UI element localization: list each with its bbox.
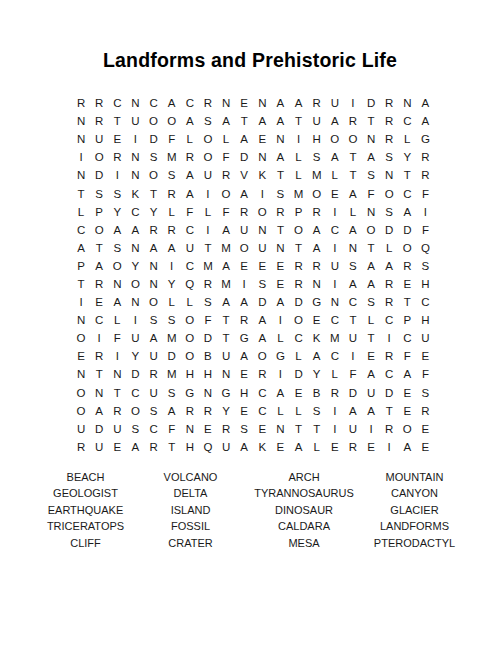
grid-cell-r13c14: E: [308, 311, 326, 329]
grid-cell-r5c11: K: [253, 166, 271, 184]
grid-cell-r18c8: R: [199, 402, 217, 420]
grid-cell-r12c18: R: [380, 293, 398, 311]
grid-cell-r20c20: E: [416, 438, 434, 456]
grid-cell-r20c1: R: [72, 438, 90, 456]
word-list-column-3: ARCHTYRANNOSAURUSDINOSAURCALDARAMESA: [240, 469, 368, 551]
grid-cell-r3c12: N: [271, 130, 289, 148]
grid-cell-r12c15: N: [326, 293, 344, 311]
grid-cell-r7c15: I: [326, 203, 344, 221]
grid-cell-r6c18: O: [380, 184, 398, 202]
grid-cell-r15c11: O: [253, 347, 271, 365]
grid-cell-r1c13: A: [290, 94, 308, 112]
grid-cell-r3c14: H: [308, 130, 326, 148]
grid-cell-r18c19: E: [398, 402, 416, 420]
grid-cell-r20c4: A: [126, 438, 144, 456]
grid-cell-r2c9: A: [217, 112, 235, 130]
grid-cell-r8c5: R: [145, 221, 163, 239]
word-item: CANYON: [368, 485, 461, 501]
grid-cell-r3c1: N: [72, 130, 90, 148]
grid-cell-r15c3: I: [108, 347, 126, 365]
grid-cell-r18c7: R: [181, 402, 199, 420]
grid-cell-r18c3: R: [108, 402, 126, 420]
grid-cell-r9c8: T: [199, 239, 217, 257]
grid-cell-r5c7: A: [181, 166, 199, 184]
grid-cell-r6c3: S: [108, 184, 126, 202]
grid-cell-r20c16: R: [344, 438, 362, 456]
grid-cell-r2c3: T: [108, 112, 126, 130]
grid-cell-r16c7: H: [181, 365, 199, 383]
grid-cell-r8c14: A: [308, 221, 326, 239]
grid-cell-r10c15: U: [326, 257, 344, 275]
grid-cell-r9c13: T: [290, 239, 308, 257]
grid-cell-r19c13: T: [290, 420, 308, 438]
grid-cell-r11c10: I: [235, 275, 253, 293]
grid-cell-r15c8: B: [199, 347, 217, 365]
word-item: DELTA: [141, 485, 240, 501]
grid-cell-r18c14: S: [308, 402, 326, 420]
grid-cell-r9c2: T: [90, 239, 108, 257]
grid-cell-r11c14: N: [308, 275, 326, 293]
grid-cell-r10c11: E: [253, 257, 271, 275]
grid-cell-r5c17: S: [362, 166, 380, 184]
grid-cell-r2c2: R: [90, 112, 108, 130]
grid-cell-r7c3: Y: [108, 203, 126, 221]
grid-cell-r17c8: N: [199, 384, 217, 402]
grid-cell-r12c7: L: [181, 293, 199, 311]
grid-cell-r18c15: I: [326, 402, 344, 420]
grid-cell-r16c17: A: [362, 365, 380, 383]
grid-cell-r13c17: L: [362, 311, 380, 329]
grid-cell-r9c1: A: [72, 239, 90, 257]
grid-cell-r15c5: U: [145, 347, 163, 365]
grid-cell-r15c16: I: [344, 347, 362, 365]
grid-cell-r1c16: I: [344, 94, 362, 112]
grid-cell-r17c20: S: [416, 384, 434, 402]
grid-cell-r5c10: V: [235, 166, 253, 184]
grid-cell-r18c20: R: [416, 402, 434, 420]
grid-cell-r16c6: M: [163, 365, 181, 383]
grid-cell-r1c5: C: [145, 94, 163, 112]
grid-cell-r14c18: I: [380, 329, 398, 347]
grid-cell-r3c20: G: [416, 130, 434, 148]
grid-cell-r12c4: N: [126, 293, 144, 311]
grid-cell-r2c15: A: [326, 112, 344, 130]
word-list: BEACHGEOLOGISTEARTHQUAKETRICERATOPSCLIFF…: [30, 469, 500, 551]
grid-cell-r14c3: F: [108, 329, 126, 347]
grid-cell-r19c8: E: [199, 420, 217, 438]
grid-cell-r4c4: N: [126, 148, 144, 166]
grid-cell-r8c16: A: [344, 221, 362, 239]
grid-cell-r9c7: U: [181, 239, 199, 257]
grid-cell-r4c11: N: [253, 148, 271, 166]
grid-cell-r4c17: A: [362, 148, 380, 166]
grid-cell-r8c4: A: [126, 221, 144, 239]
grid-cell-r14c9: T: [217, 329, 235, 347]
grid-cell-r19c7: N: [181, 420, 199, 438]
grid-cell-r1c12: A: [271, 94, 289, 112]
word-item: VOLCANO: [141, 469, 240, 485]
word-item: MOUNTAIN: [368, 469, 461, 485]
grid-cell-r10c4: Y: [126, 257, 144, 275]
grid-cell-r15c17: E: [362, 347, 380, 365]
grid-cell-r5c3: I: [108, 166, 126, 184]
grid-cell-r1c15: U: [326, 94, 344, 112]
grid-cell-r18c13: L: [290, 402, 308, 420]
grid-cell-r19c10: S: [235, 420, 253, 438]
grid-cell-r1c18: R: [380, 94, 398, 112]
grid-cell-r8c11: N: [253, 221, 271, 239]
grid-cell-r12c10: A: [235, 293, 253, 311]
grid-cell-r13c7: O: [181, 311, 199, 329]
grid-cell-r9c16: N: [344, 239, 362, 257]
word-list-column-2: VOLCANODELTAISLANDFOSSILCRATER: [141, 469, 240, 551]
grid-cell-r8c9: A: [217, 221, 235, 239]
grid-cell-r13c9: T: [217, 311, 235, 329]
grid-cell-r14c2: I: [90, 329, 108, 347]
grid-cell-r6c6: R: [163, 184, 181, 202]
grid-cell-r19c6: F: [163, 420, 181, 438]
grid-cell-r1c19: N: [398, 94, 416, 112]
grid-cell-r20c3: E: [108, 438, 126, 456]
grid-cell-r3c11: E: [253, 130, 271, 148]
grid-cell-r1c6: A: [163, 94, 181, 112]
grid-cell-r10c6: I: [163, 257, 181, 275]
grid-cell-r2c5: O: [145, 112, 163, 130]
grid-cell-r16c20: F: [416, 365, 434, 383]
grid-cell-r11c2: R: [90, 275, 108, 293]
grid-cell-r10c19: R: [398, 257, 416, 275]
grid-cell-r16c11: R: [253, 365, 271, 383]
grid-cell-r11c20: H: [416, 275, 434, 293]
grid-cell-r19c3: U: [108, 420, 126, 438]
word-list-column-1: BEACHGEOLOGISTEARTHQUAKETRICERATOPSCLIFF: [30, 469, 141, 551]
grid-cell-r17c7: G: [181, 384, 199, 402]
grid-cell-r19c5: C: [145, 420, 163, 438]
grid-cell-r2c7: A: [181, 112, 199, 130]
grid-cell-r4c13: L: [290, 148, 308, 166]
grid-cell-r3c19: L: [398, 130, 416, 148]
grid-cell-r7c18: S: [380, 203, 398, 221]
word-item: MESA: [240, 535, 368, 551]
grid-cell-r4c3: R: [108, 148, 126, 166]
grid-cell-r18c10: E: [235, 402, 253, 420]
grid-cell-r4c12: A: [271, 148, 289, 166]
grid-cell-r15c20: E: [416, 347, 434, 365]
grid-cell-r8c10: U: [235, 221, 253, 239]
grid-cell-r2c18: R: [380, 112, 398, 130]
grid-cell-r18c5: S: [145, 402, 163, 420]
grid-cell-r9c17: T: [362, 239, 380, 257]
grid-cell-r12c13: D: [290, 293, 308, 311]
grid-cell-r3c7: L: [181, 130, 199, 148]
grid-cell-r16c1: N: [72, 365, 90, 383]
grid-cell-r1c3: C: [108, 94, 126, 112]
grid-cell-r5c12: T: [271, 166, 289, 184]
grid-cell-r6c15: E: [326, 184, 344, 202]
grid-cell-r2c20: A: [416, 112, 434, 130]
puzzle-title: Landforms and Prehistoric Life: [0, 0, 500, 72]
grid-cell-r2c19: C: [398, 112, 416, 130]
grid-cell-r8c6: R: [163, 221, 181, 239]
grid-cell-r12c8: S: [199, 293, 217, 311]
grid-cell-r14c5: A: [145, 329, 163, 347]
grid-cell-r19c4: S: [126, 420, 144, 438]
grid-cell-r3c2: U: [90, 130, 108, 148]
grid-cell-r8c1: C: [72, 221, 90, 239]
grid-cell-r2c1: N: [72, 112, 90, 130]
word-item: CRATER: [141, 535, 240, 551]
grid-cell-r6c20: F: [416, 184, 434, 202]
grid-cell-r7c10: R: [235, 203, 253, 221]
grid-cell-r10c17: A: [362, 257, 380, 275]
grid-cell-r6c19: C: [398, 184, 416, 202]
grid-cell-r5c15: L: [326, 166, 344, 184]
grid-cell-r17c6: S: [163, 384, 181, 402]
grid-cell-r6c4: K: [126, 184, 144, 202]
grid-cell-r13c2: C: [90, 311, 108, 329]
grid-cell-r8c12: T: [271, 221, 289, 239]
grid-cell-r4c7: R: [181, 148, 199, 166]
grid-cell-r6c12: S: [271, 184, 289, 202]
word-item: ARCH: [240, 469, 368, 485]
grid-cell-r14c12: L: [271, 329, 289, 347]
grid-cell-r11c6: Y: [163, 275, 181, 293]
grid-cell-r15c10: A: [235, 347, 253, 365]
grid-cell-r7c19: A: [398, 203, 416, 221]
grid-cell-r3c5: D: [145, 130, 163, 148]
grid-cell-r20c15: E: [326, 438, 344, 456]
grid-cell-r11c15: I: [326, 275, 344, 293]
grid-cell-r11c9: M: [217, 275, 235, 293]
grid-cell-r18c1: O: [72, 402, 90, 420]
grid-cell-r3c13: I: [290, 130, 308, 148]
grid-cell-r9c4: N: [126, 239, 144, 257]
grid-cell-r4c14: S: [308, 148, 326, 166]
grid-cell-r20c2: U: [90, 438, 108, 456]
grid-cell-r17c15: R: [326, 384, 344, 402]
word-item: EARTHQUAKE: [30, 502, 141, 518]
grid-cell-r4c1: I: [72, 148, 90, 166]
word-item: DINOSAUR: [240, 502, 368, 518]
grid-cell-r16c9: N: [217, 365, 235, 383]
grid-cell-r13c5: S: [145, 311, 163, 329]
grid-cell-r16c14: Y: [308, 365, 326, 383]
grid-cell-r11c5: N: [145, 275, 163, 293]
grid-cell-r13c1: N: [72, 311, 90, 329]
grid-cell-r17c11: C: [253, 384, 271, 402]
grid-cell-r12c12: A: [271, 293, 289, 311]
grid-cell-r10c7: C: [181, 257, 199, 275]
grid-cell-r17c14: B: [308, 384, 326, 402]
grid-cell-r8c18: D: [380, 221, 398, 239]
grid-cell-r20c5: R: [145, 438, 163, 456]
grid-cell-r15c2: R: [90, 347, 108, 365]
word-item: LANDFORMS: [368, 518, 461, 534]
grid-cell-r10c8: M: [199, 257, 217, 275]
grid-cell-r11c17: A: [362, 275, 380, 293]
grid-cell-r2c10: T: [235, 112, 253, 130]
grid-cell-r19c16: U: [344, 420, 362, 438]
grid-cell-r7c8: L: [199, 203, 217, 221]
grid-cell-r9c12: N: [271, 239, 289, 257]
grid-cell-r2c11: A: [253, 112, 271, 130]
grid-cell-r10c10: E: [235, 257, 253, 275]
grid-cell-r13c19: P: [398, 311, 416, 329]
grid-cell-r18c16: A: [344, 402, 362, 420]
grid-cell-r18c11: C: [253, 402, 271, 420]
grid-cell-r19c12: N: [271, 420, 289, 438]
grid-cell-r2c16: R: [344, 112, 362, 130]
grid-cell-r20c12: E: [271, 438, 289, 456]
grid-cell-r16c16: F: [344, 365, 362, 383]
grid-cell-r12c16: C: [344, 293, 362, 311]
grid-cell-r18c2: A: [90, 402, 108, 420]
grid-cell-r14c11: A: [253, 329, 271, 347]
grid-cell-r16c10: E: [235, 365, 253, 383]
grid-cell-r10c14: R: [308, 257, 326, 275]
grid-cell-r13c18: C: [380, 311, 398, 329]
grid-cell-r19c18: R: [380, 420, 398, 438]
grid-cell-r14c8: D: [199, 329, 217, 347]
grid-cell-r10c18: A: [380, 257, 398, 275]
grid-cell-r13c13: O: [290, 311, 308, 329]
grid-cell-r7c12: R: [271, 203, 289, 221]
grid-cell-r6c5: T: [145, 184, 163, 202]
grid-cell-r5c18: N: [380, 166, 398, 184]
grid-cell-r12c11: D: [253, 293, 271, 311]
grid-cell-r4c10: D: [235, 148, 253, 166]
grid-cell-r1c4: N: [126, 94, 144, 112]
grid-cell-r14c13: C: [290, 329, 308, 347]
grid-cell-r17c5: U: [145, 384, 163, 402]
grid-cell-r14c20: U: [416, 329, 434, 347]
grid-cell-r17c3: T: [108, 384, 126, 402]
grid-cell-r6c17: F: [362, 184, 380, 202]
grid-cell-r1c8: R: [199, 94, 217, 112]
grid-cell-r11c3: N: [108, 275, 126, 293]
grid-cell-r13c4: I: [126, 311, 144, 329]
grid-cell-r5c1: N: [72, 166, 90, 184]
grid-cell-r15c18: R: [380, 347, 398, 365]
grid-cell-r7c2: P: [90, 203, 108, 221]
grid-cell-r17c16: D: [344, 384, 362, 402]
grid-cell-r1c10: E: [235, 94, 253, 112]
grid-cell-r15c14: A: [308, 347, 326, 365]
grid-cell-r16c18: C: [380, 365, 398, 383]
grid-cell-r8c7: C: [181, 221, 199, 239]
grid-cell-r6c1: T: [72, 184, 90, 202]
grid-cell-r14c19: C: [398, 329, 416, 347]
grid-cell-r20c8: Q: [199, 438, 217, 456]
word-item: PTERODACTYL: [368, 535, 461, 551]
grid-cell-r15c19: F: [398, 347, 416, 365]
grid-cell-r14c7: O: [181, 329, 199, 347]
grid-cell-r10c13: R: [290, 257, 308, 275]
grid-cell-r16c12: I: [271, 365, 289, 383]
grid-cell-r20c11: K: [253, 438, 271, 456]
grid-cell-r20c19: A: [398, 438, 416, 456]
grid-cell-r3c3: E: [108, 130, 126, 148]
grid-cell-r4c2: O: [90, 148, 108, 166]
grid-cell-r10c5: N: [145, 257, 163, 275]
grid-cell-r3c18: R: [380, 130, 398, 148]
grid-cell-r5c13: L: [290, 166, 308, 184]
grid-cell-r14c4: U: [126, 329, 144, 347]
grid-cell-r2c6: O: [163, 112, 181, 130]
letter-grid: RRCNCACRNENAARUIDRNANRTUOOASATAATUARTRCA…: [72, 94, 435, 456]
grid-cell-r9c9: M: [217, 239, 235, 257]
worksheet-page: Landforms and Prehistoric Life RRCNCACRN…: [0, 0, 500, 647]
grid-cell-r3c8: O: [199, 130, 217, 148]
grid-cell-r13c11: A: [253, 311, 271, 329]
grid-cell-r13c6: S: [163, 311, 181, 329]
word-item: TYRANNOSAURUS: [240, 485, 368, 501]
grid-cell-r14c14: K: [308, 329, 326, 347]
grid-cell-r11c18: R: [380, 275, 398, 293]
grid-cell-r16c2: T: [90, 365, 108, 383]
grid-cell-r9c14: A: [308, 239, 326, 257]
grid-cell-r7c7: F: [181, 203, 199, 221]
grid-cell-r19c14: T: [308, 420, 326, 438]
grid-cell-r2c17: T: [362, 112, 380, 130]
grid-cell-r14c17: T: [362, 329, 380, 347]
grid-cell-r12c20: C: [416, 293, 434, 311]
grid-cell-r2c14: U: [308, 112, 326, 130]
grid-cell-r6c13: M: [290, 184, 308, 202]
grid-cell-r10c12: E: [271, 257, 289, 275]
grid-cell-r14c15: M: [326, 329, 344, 347]
grid-cell-r19c20: E: [416, 420, 434, 438]
grid-cell-r4c15: A: [326, 148, 344, 166]
grid-cell-r15c1: E: [72, 347, 90, 365]
grid-cell-r19c9: R: [217, 420, 235, 438]
grid-cell-r3c16: O: [344, 130, 362, 148]
grid-cell-r12c14: G: [308, 293, 326, 311]
grid-cell-r1c20: A: [416, 94, 434, 112]
grid-cell-r17c1: O: [72, 384, 90, 402]
grid-cell-r7c6: L: [163, 203, 181, 221]
grid-cell-r15c13: L: [290, 347, 308, 365]
grid-cell-r20c10: A: [235, 438, 253, 456]
grid-cell-r18c6: A: [163, 402, 181, 420]
grid-cell-r7c9: F: [217, 203, 235, 221]
grid-cell-r20c17: E: [362, 438, 380, 456]
grid-cell-r5c16: T: [344, 166, 362, 184]
grid-cell-r12c9: A: [217, 293, 235, 311]
grid-cell-r5c5: O: [145, 166, 163, 184]
grid-cell-r11c4: O: [126, 275, 144, 293]
grid-cell-r6c9: O: [217, 184, 235, 202]
grid-cell-r4c18: S: [380, 148, 398, 166]
grid-cell-r19c11: E: [253, 420, 271, 438]
grid-cell-r9c19: O: [398, 239, 416, 257]
grid-cell-r17c10: H: [235, 384, 253, 402]
grid-cell-r20c13: A: [290, 438, 308, 456]
grid-cell-r5c19: T: [398, 166, 416, 184]
grid-cell-r1c9: N: [217, 94, 235, 112]
word-item: GLACIER: [368, 502, 461, 518]
grid-cell-r17c2: N: [90, 384, 108, 402]
grid-cell-r6c8: I: [199, 184, 217, 202]
grid-cell-r17c9: G: [217, 384, 235, 402]
grid-cell-r10c16: S: [344, 257, 362, 275]
word-item: BEACH: [30, 469, 141, 485]
grid-cell-r7c13: P: [290, 203, 308, 221]
grid-cell-r19c17: I: [362, 420, 380, 438]
grid-cell-r3c10: A: [235, 130, 253, 148]
grid-cell-r3c15: O: [326, 130, 344, 148]
grid-cell-r9c6: A: [163, 239, 181, 257]
